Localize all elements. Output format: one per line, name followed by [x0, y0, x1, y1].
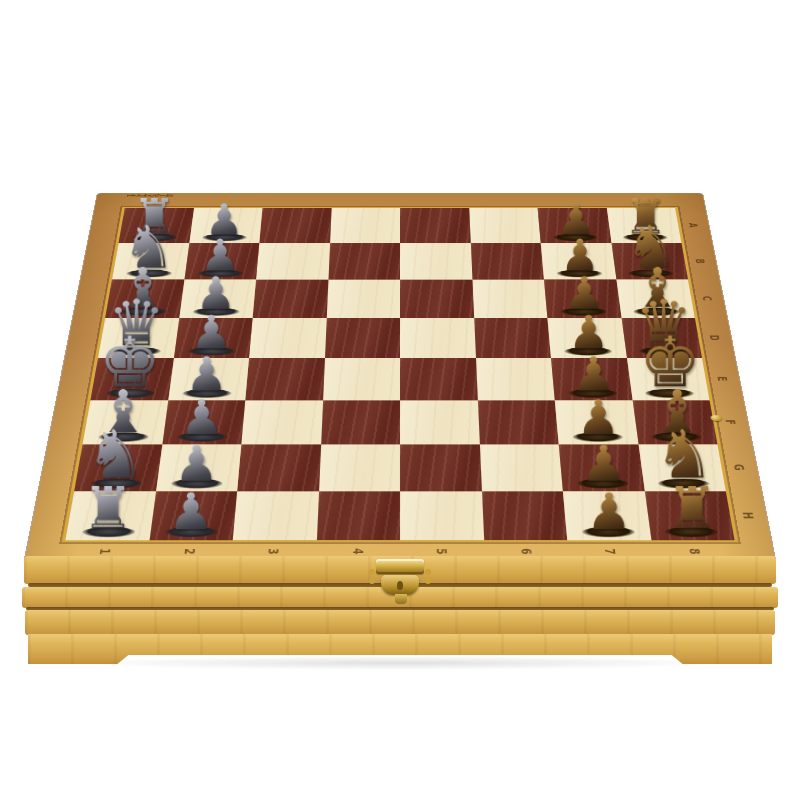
rank-label: 2: [146, 540, 233, 562]
box-seam: [28, 583, 772, 587]
chess-set-photo: ♜♟♟♜♞♟♟♞♝♟♟♝♛♟♟♛♚♟♟♚♝♟♟♝♞♟♟♞♜♟♟♜ 1234567…: [0, 0, 800, 800]
board-square[interactable]: [249, 318, 326, 358]
board-square[interactable]: [400, 358, 477, 400]
box-base-with-feet: [28, 634, 772, 664]
board-square[interactable]: [237, 444, 321, 491]
board-square[interactable]: [400, 444, 481, 491]
board-square[interactable]: [400, 243, 472, 280]
box-middle-layer: [22, 587, 778, 608]
rank-label: 8: [651, 540, 739, 562]
board-square[interactable]: ♜: [65, 491, 155, 540]
board-square[interactable]: [476, 358, 555, 400]
rank-label: 4: [315, 540, 400, 562]
board-square[interactable]: [330, 208, 400, 243]
board-square[interactable]: [233, 491, 319, 540]
board-square[interactable]: [321, 400, 400, 444]
brass-clasp-icon: [372, 558, 428, 606]
board-square[interactable]: [479, 444, 563, 491]
board-square[interactable]: [474, 318, 551, 358]
file-label: E: [702, 358, 743, 400]
file-label: F: [710, 400, 753, 444]
rank-label: 3: [231, 540, 317, 562]
board-square[interactable]: [316, 491, 400, 540]
file-label: B: [681, 243, 719, 280]
board-square[interactable]: [481, 491, 567, 540]
board-square[interactable]: ♟: [563, 491, 651, 540]
rank-label: 7: [567, 540, 654, 562]
board-square[interactable]: [477, 400, 558, 444]
board-square[interactable]: [253, 280, 328, 318]
board-square[interactable]: [400, 400, 479, 444]
ground-shadow: [70, 656, 730, 670]
piece-black-pawn[interactable]: ♟: [586, 486, 632, 537]
board-square[interactable]: [400, 280, 474, 318]
file-label: A: [675, 208, 712, 243]
board-square[interactable]: ♜: [644, 491, 734, 540]
board-square[interactable]: [319, 444, 400, 491]
rank-label: 6: [484, 540, 570, 562]
rank-labels: 12345678: [61, 540, 738, 562]
clasp-catch: [381, 575, 419, 595]
rank-label: 5: [400, 540, 485, 562]
board-square[interactable]: [259, 208, 331, 243]
box-seam: [26, 607, 774, 610]
file-label: G: [717, 444, 761, 491]
board-square[interactable]: [323, 358, 400, 400]
board-square[interactable]: ♟: [149, 491, 237, 540]
clasp-curl: [369, 569, 375, 575]
board-square[interactable]: [326, 280, 400, 318]
piece-black-rook[interactable]: ♜: [666, 479, 718, 537]
board-square[interactable]: [328, 243, 400, 280]
board-square[interactable]: [256, 243, 330, 280]
piece-white-pawn[interactable]: ♟: [168, 486, 214, 537]
board-square[interactable]: [472, 280, 547, 318]
board-square[interactable]: [241, 400, 322, 444]
board-square[interactable]: [325, 318, 401, 358]
board-square[interactable]: [400, 208, 470, 243]
board-square[interactable]: [469, 208, 541, 243]
board-square[interactable]: [470, 243, 544, 280]
file-label: C: [688, 280, 727, 318]
chess-board: ♜♟♟♜♞♟♟♞♝♟♟♝♛♟♟♛♚♟♟♚♝♟♟♝♞♟♟♞♜♟♟♜ 1234567…: [24, 193, 775, 562]
piece-white-pawn[interactable]: ♟: [175, 438, 219, 488]
piece-black-pawn[interactable]: ♟: [581, 438, 625, 488]
rank-label: 1: [61, 540, 149, 562]
board-square[interactable]: [400, 491, 484, 540]
board-square[interactable]: [245, 358, 324, 400]
piece-white-rook[interactable]: ♜: [82, 479, 134, 537]
board-squares: ♜♟♟♜♞♟♟♞♝♟♟♝♛♟♟♛♚♟♟♚♝♟♟♝♞♟♟♞♜♟♟♜: [65, 208, 734, 540]
box-lower-layer: [25, 610, 775, 635]
file-label: H: [726, 491, 771, 540]
clasp-tab: [395, 594, 407, 604]
board-square[interactable]: [400, 318, 476, 358]
